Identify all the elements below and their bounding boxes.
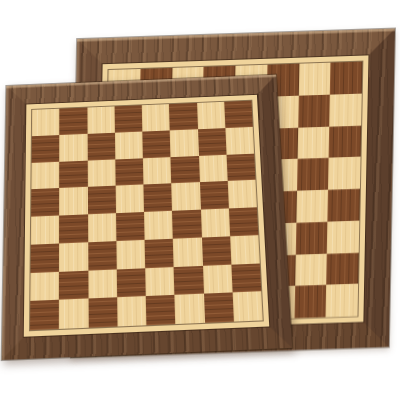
board-square <box>229 207 259 236</box>
board-square <box>117 296 146 326</box>
board-square <box>326 284 358 317</box>
board-square <box>31 216 59 245</box>
board-square <box>296 190 328 223</box>
board-square <box>172 210 201 239</box>
board-square <box>87 186 115 214</box>
board-square <box>328 189 360 222</box>
board-square <box>297 126 329 159</box>
product-photo <box>0 0 400 400</box>
board-square <box>201 236 231 265</box>
front-chessboard <box>2 75 292 360</box>
board-square <box>116 212 145 241</box>
board-square <box>144 211 173 240</box>
board-square <box>30 300 59 330</box>
board-square <box>174 265 204 295</box>
board-square <box>328 157 360 190</box>
board-square <box>87 133 115 161</box>
board-square <box>116 240 145 269</box>
board-square <box>115 185 144 213</box>
board-square <box>115 158 143 186</box>
board-square <box>143 157 172 185</box>
board-square <box>330 62 362 95</box>
board-square <box>329 125 361 158</box>
board-square <box>202 264 232 294</box>
board-square <box>171 182 200 210</box>
board-square <box>117 268 146 298</box>
board-square <box>198 154 227 182</box>
board-square <box>88 241 117 270</box>
board-square <box>329 93 361 126</box>
board-square <box>87 106 115 133</box>
board-square <box>59 270 88 300</box>
board-square <box>204 293 234 323</box>
board-square <box>226 153 255 181</box>
board-square <box>225 127 254 155</box>
board-square <box>59 299 88 329</box>
board-square <box>31 161 59 189</box>
board-square <box>32 109 60 136</box>
board-square <box>199 181 228 209</box>
board-square <box>198 128 227 156</box>
board-square <box>298 63 330 96</box>
board-square <box>173 237 202 266</box>
board-square <box>31 188 59 216</box>
board-square <box>88 213 117 242</box>
board-square <box>143 184 172 212</box>
board-square <box>327 221 359 254</box>
board-square <box>230 235 260 264</box>
board-square <box>142 104 170 131</box>
board-square <box>59 108 87 135</box>
front-board-field <box>24 95 269 337</box>
board-square <box>59 214 87 243</box>
board-square <box>169 103 197 130</box>
board-square <box>231 263 261 293</box>
board-square <box>326 252 358 285</box>
board-square <box>88 298 117 328</box>
board-square <box>87 159 115 187</box>
board-square <box>200 208 229 237</box>
board-square <box>145 238 174 267</box>
board-square <box>142 130 170 158</box>
board-square <box>232 291 262 321</box>
board-square <box>298 94 330 127</box>
board-square <box>59 187 87 215</box>
board-square <box>88 269 117 299</box>
board-square <box>197 102 226 129</box>
board-square <box>59 242 88 271</box>
board-square <box>171 156 200 184</box>
board-square <box>32 135 60 163</box>
board-square <box>59 134 87 162</box>
board-square <box>224 101 253 128</box>
board-square <box>31 243 60 272</box>
board-square <box>145 267 174 297</box>
board-square <box>295 222 327 255</box>
board-square <box>30 271 59 301</box>
board-square <box>296 158 328 191</box>
board-square <box>115 131 143 159</box>
board-square <box>294 285 326 318</box>
board-square <box>227 180 256 208</box>
board-square <box>114 105 142 132</box>
board-square <box>295 253 327 286</box>
board-square <box>175 294 205 324</box>
board-square <box>170 129 199 157</box>
board-square <box>146 295 176 325</box>
board-square <box>59 160 87 188</box>
front-board-grid <box>29 100 264 332</box>
